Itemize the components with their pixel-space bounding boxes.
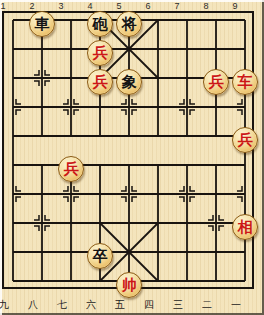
red-soldier[interactable]: 兵: [87, 69, 113, 95]
xiangqi-board[interactable]: 車砲将兵兵象兵车兵兵相卒帅: [0, 6, 260, 296]
red-soldier[interactable]: 兵: [203, 69, 229, 95]
red-soldier[interactable]: 兵: [87, 40, 113, 66]
file-label-bottom-8: 二: [202, 299, 212, 310]
red-elephant[interactable]: 相: [232, 214, 258, 240]
file-label-bottom-3: 七: [57, 299, 67, 310]
black-elephant[interactable]: 象: [116, 69, 142, 95]
red-soldier[interactable]: 兵: [58, 156, 84, 182]
black-soldier[interactable]: 卒: [87, 243, 113, 269]
file-label-bottom-2: 八: [28, 299, 38, 310]
file-label-bottom-7: 三: [173, 299, 183, 310]
file-label-bottom-9: 一: [231, 299, 241, 310]
xiangqi-board-screenshot: 123456789 九八七六五四三二一 車砲将兵兵象兵车兵兵相卒帅: [0, 0, 264, 315]
file-label-bottom-6: 四: [144, 299, 154, 310]
red-soldier[interactable]: 兵: [232, 127, 258, 153]
black-cannon[interactable]: 砲: [87, 11, 113, 37]
file-label-bottom-5: 五: [115, 299, 125, 310]
red-general[interactable]: 帅: [116, 272, 142, 298]
file-label-bottom-1: 九: [0, 299, 9, 310]
black-chariot[interactable]: 車: [29, 11, 55, 37]
black-general[interactable]: 将: [116, 11, 142, 37]
red-chariot[interactable]: 车: [232, 69, 258, 95]
file-label-bottom-4: 六: [86, 299, 96, 310]
